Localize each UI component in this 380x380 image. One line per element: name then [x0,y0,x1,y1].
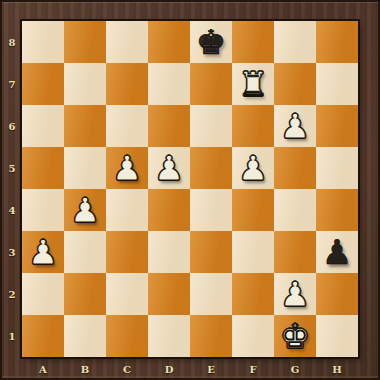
square-e5[interactable] [190,147,232,189]
white-pawn[interactable]: ♟ [232,147,274,189]
square-g8[interactable] [274,21,316,63]
square-a1[interactable] [22,315,64,357]
square-f6[interactable] [232,105,274,147]
square-h5[interactable] [316,147,358,189]
file-label-d: D [148,359,190,380]
square-g4[interactable] [274,189,316,231]
file-label-b: B [64,359,106,380]
square-c6[interactable] [106,105,148,147]
rank-label-5: 5 [2,147,22,189]
square-g5[interactable] [274,147,316,189]
rank-label-7: 7 [2,63,22,105]
square-d4[interactable] [148,189,190,231]
file-label-h: H [316,359,358,380]
square-d3[interactable] [148,231,190,273]
board-frame: ♚♜♟♟♟♟♟♟♟♟♚ 87654321 ABCDEFGH [0,0,380,380]
square-b5[interactable] [64,147,106,189]
square-b4[interactable]: ♟ [64,189,106,231]
square-b7[interactable] [64,63,106,105]
white-pawn[interactable]: ♟ [274,273,316,315]
square-f4[interactable] [232,189,274,231]
square-b1[interactable] [64,315,106,357]
square-d6[interactable] [148,105,190,147]
rank-label-8: 8 [2,21,22,63]
square-a6[interactable] [22,105,64,147]
white-pawn[interactable]: ♟ [148,147,190,189]
square-f8[interactable] [232,21,274,63]
file-label-g: G [274,359,316,380]
square-a4[interactable] [22,189,64,231]
square-c3[interactable] [106,231,148,273]
rank-label-3: 3 [2,231,22,273]
white-pawn[interactable]: ♟ [64,189,106,231]
file-label-f: F [232,359,274,380]
square-d2[interactable] [148,273,190,315]
square-f1[interactable] [232,315,274,357]
square-g2[interactable]: ♟ [274,273,316,315]
square-h7[interactable] [316,63,358,105]
square-c8[interactable] [106,21,148,63]
white-king[interactable]: ♚ [274,315,316,357]
square-h1[interactable] [316,315,358,357]
square-g6[interactable]: ♟ [274,105,316,147]
square-e8[interactable]: ♚ [190,21,232,63]
chess-board: ♚♜♟♟♟♟♟♟♟♟♚ [22,21,358,357]
square-d8[interactable] [148,21,190,63]
square-a7[interactable] [22,63,64,105]
square-h2[interactable] [316,273,358,315]
square-e7[interactable] [190,63,232,105]
black-king[interactable]: ♚ [190,21,232,63]
square-h3[interactable]: ♟ [316,231,358,273]
file-label-a: A [22,359,64,380]
square-a5[interactable] [22,147,64,189]
file-label-c: C [106,359,148,380]
square-h4[interactable] [316,189,358,231]
square-a2[interactable] [22,273,64,315]
square-c7[interactable] [106,63,148,105]
square-c1[interactable] [106,315,148,357]
square-c4[interactable] [106,189,148,231]
file-label-e: E [190,359,232,380]
square-a8[interactable] [22,21,64,63]
rank-label-6: 6 [2,105,22,147]
square-g1[interactable]: ♚ [274,315,316,357]
black-pawn[interactable]: ♟ [316,231,358,273]
white-rook[interactable]: ♜ [232,63,274,105]
square-e3[interactable] [190,231,232,273]
square-h8[interactable] [316,21,358,63]
square-c2[interactable] [106,273,148,315]
square-f3[interactable] [232,231,274,273]
square-g7[interactable] [274,63,316,105]
white-pawn[interactable]: ♟ [274,105,316,147]
rank-label-4: 4 [2,189,22,231]
square-g3[interactable] [274,231,316,273]
square-d1[interactable] [148,315,190,357]
square-f7[interactable]: ♜ [232,63,274,105]
square-e4[interactable] [190,189,232,231]
square-d5[interactable]: ♟ [148,147,190,189]
square-b8[interactable] [64,21,106,63]
white-pawn[interactable]: ♟ [22,231,64,273]
square-f5[interactable]: ♟ [232,147,274,189]
square-h6[interactable] [316,105,358,147]
square-e6[interactable] [190,105,232,147]
square-a3[interactable]: ♟ [22,231,64,273]
square-e2[interactable] [190,273,232,315]
square-b3[interactable] [64,231,106,273]
white-pawn[interactable]: ♟ [106,147,148,189]
square-c5[interactable]: ♟ [106,147,148,189]
square-f2[interactable] [232,273,274,315]
square-e1[interactable] [190,315,232,357]
square-d7[interactable] [148,63,190,105]
square-b2[interactable] [64,273,106,315]
rank-label-2: 2 [2,273,22,315]
rank-label-1: 1 [2,315,22,357]
square-b6[interactable] [64,105,106,147]
